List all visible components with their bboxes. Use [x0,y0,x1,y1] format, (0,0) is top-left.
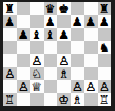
white-queen-piece: ♕ [31,80,42,92]
square-d6[interactable]: ♝ [44,28,58,41]
chess-board: ♜♛♚♜♟♟♟♟♟♟♝♝♟♞♙♙♙♘♗♙♕♙♙♙♖♔♗♖ [0,0,115,111]
square-c6[interactable]: ♝ [30,28,44,41]
square-c5[interactable] [30,41,44,54]
square-d2[interactable] [44,80,58,93]
square-e3[interactable]: ♗ [57,67,71,80]
white-pawn-piece: ♙ [4,67,15,79]
square-a1[interactable]: ♖ [3,93,17,106]
white-pawn-piece: ♙ [72,80,83,92]
square-h8[interactable]: ♜ [98,2,112,15]
square-g1[interactable] [84,93,98,106]
square-c7[interactable] [30,15,44,28]
white-knight-piece: ♘ [31,67,42,79]
white-rook-piece: ♖ [99,93,110,105]
square-a3[interactable]: ♙ [3,67,17,80]
black-pawn-piece: ♟ [4,15,15,27]
square-b1[interactable] [17,93,31,106]
square-a5[interactable] [3,41,17,54]
white-pawn-piece: ♙ [99,80,110,92]
square-b7[interactable] [17,15,31,28]
square-f6[interactable] [71,28,85,41]
black-pawn-piece: ♟ [85,15,96,27]
square-h7[interactable]: ♟ [98,15,112,28]
square-d5[interactable] [44,41,58,54]
square-a4[interactable] [3,54,17,67]
white-pawn-piece: ♙ [31,54,42,66]
white-pawn-piece: ♙ [18,80,29,92]
square-h4[interactable] [98,54,112,67]
square-c2[interactable]: ♕ [30,80,44,93]
square-d4[interactable] [44,54,58,67]
square-g6[interactable] [84,28,98,41]
square-f1[interactable]: ♗ [71,93,85,106]
square-c3[interactable]: ♘ [30,67,44,80]
square-g8[interactable] [84,2,98,15]
square-f8[interactable] [71,2,85,15]
square-g7[interactable]: ♟ [84,15,98,28]
square-a7[interactable]: ♟ [3,15,17,28]
black-pawn-piece: ♟ [99,15,110,27]
square-d3[interactable] [44,67,58,80]
black-rook-piece: ♜ [99,2,110,14]
white-pawn-piece: ♙ [85,80,96,92]
square-g5[interactable] [84,41,98,54]
black-bishop-piece: ♝ [31,28,42,40]
white-rook-piece: ♖ [4,93,15,105]
black-knight-piece: ♞ [99,41,110,53]
square-e8[interactable]: ♚ [57,2,71,15]
square-b2[interactable]: ♙ [17,80,31,93]
square-b3[interactable] [17,67,31,80]
black-pawn-piece: ♟ [72,15,83,27]
square-d1[interactable] [44,93,58,106]
white-bishop-piece: ♗ [72,93,83,105]
square-g3[interactable] [84,67,98,80]
square-b4[interactable] [17,54,31,67]
square-f7[interactable]: ♟ [71,15,85,28]
square-g2[interactable]: ♙ [84,80,98,93]
black-pawn-piece: ♟ [58,28,69,40]
square-f2[interactable]: ♙ [71,80,85,93]
square-f3[interactable] [71,67,85,80]
square-e4[interactable]: ♙ [57,54,71,67]
black-pawn-piece: ♟ [45,15,56,27]
black-queen-piece: ♛ [45,2,56,14]
square-c8[interactable] [30,2,44,15]
square-c4[interactable]: ♙ [30,54,44,67]
square-h5[interactable]: ♞ [98,41,112,54]
square-f5[interactable] [71,41,85,54]
square-a6[interactable] [3,28,17,41]
square-a8[interactable]: ♜ [3,2,17,15]
square-h6[interactable] [98,28,112,41]
black-pawn-piece: ♟ [18,28,29,40]
square-h2[interactable]: ♙ [98,80,112,93]
white-bishop-piece: ♗ [58,67,69,79]
square-c1[interactable] [30,93,44,106]
square-d8[interactable]: ♛ [44,2,58,15]
square-d7[interactable]: ♟ [44,15,58,28]
white-king-piece: ♔ [58,93,69,105]
white-pawn-piece: ♙ [58,54,69,66]
black-bishop-piece: ♝ [45,28,56,40]
square-b8[interactable] [17,2,31,15]
square-h1[interactable]: ♖ [98,93,112,106]
square-b5[interactable] [17,41,31,54]
square-e1[interactable]: ♔ [57,93,71,106]
square-e7[interactable] [57,15,71,28]
square-b6[interactable]: ♟ [17,28,31,41]
square-e5[interactable] [57,41,71,54]
square-e2[interactable] [57,80,71,93]
square-f4[interactable] [71,54,85,67]
square-e6[interactable]: ♟ [57,28,71,41]
black-rook-piece: ♜ [4,2,15,14]
black-king-piece: ♚ [58,2,69,14]
square-a2[interactable] [3,80,17,93]
square-h3[interactable] [98,67,112,80]
square-g4[interactable] [84,54,98,67]
